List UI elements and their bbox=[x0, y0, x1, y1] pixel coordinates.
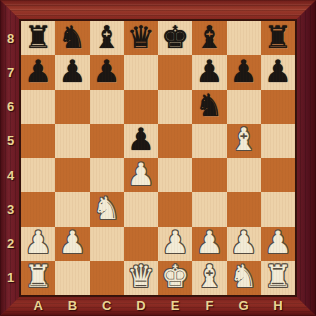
square-g3[interactable] bbox=[227, 192, 261, 226]
black-pawn-g7[interactable]: ♟ bbox=[230, 56, 258, 87]
square-e6[interactable] bbox=[158, 90, 192, 124]
white-pawn-d4[interactable]: ♟ bbox=[127, 159, 155, 190]
frame-right bbox=[295, 0, 316, 316]
square-e8[interactable]: ♚ bbox=[158, 21, 192, 55]
square-e2[interactable]: ♟ bbox=[158, 227, 192, 261]
white-rook-h1[interactable]: ♜ bbox=[264, 261, 292, 292]
white-pawn-a2[interactable]: ♟ bbox=[24, 227, 52, 258]
board: ♜♞♝♛♚♝♜♟♟♟♟♟♟♞♟♝♟♞♟♟♟♟♟♟♜♛♚♝♞♜ bbox=[21, 21, 295, 295]
file-label-g: G bbox=[227, 295, 261, 316]
square-h4[interactable] bbox=[261, 158, 295, 192]
white-pawn-b2[interactable]: ♟ bbox=[58, 227, 86, 258]
square-g5[interactable]: ♝ bbox=[227, 124, 261, 158]
square-a6[interactable] bbox=[21, 90, 55, 124]
square-f1[interactable]: ♝ bbox=[192, 261, 226, 295]
square-h8[interactable]: ♜ bbox=[261, 21, 295, 55]
rank-label-4: 4 bbox=[0, 158, 21, 192]
square-a3[interactable] bbox=[21, 192, 55, 226]
black-pawn-a7[interactable]: ♟ bbox=[24, 56, 52, 87]
white-pawn-g2[interactable]: ♟ bbox=[230, 227, 258, 258]
black-queen-d8[interactable]: ♛ bbox=[127, 22, 155, 53]
square-h6[interactable] bbox=[261, 90, 295, 124]
black-knight-f6[interactable]: ♞ bbox=[195, 90, 223, 121]
square-c4[interactable] bbox=[90, 158, 124, 192]
frame-bottom bbox=[0, 295, 316, 316]
square-d2[interactable] bbox=[124, 227, 158, 261]
square-e4[interactable] bbox=[158, 158, 192, 192]
square-c5[interactable] bbox=[90, 124, 124, 158]
square-a8[interactable]: ♜ bbox=[21, 21, 55, 55]
square-a2[interactable]: ♟ bbox=[21, 227, 55, 261]
square-h7[interactable]: ♟ bbox=[261, 55, 295, 89]
white-knight-c3[interactable]: ♞ bbox=[93, 193, 121, 224]
square-b2[interactable]: ♟ bbox=[55, 227, 89, 261]
square-g2[interactable]: ♟ bbox=[227, 227, 261, 261]
chessboard: ♜♞♝♛♚♝♜♟♟♟♟♟♟♞♟♝♟♞♟♟♟♟♟♟♜♛♚♝♞♜ 87654321 … bbox=[0, 0, 316, 316]
square-c3[interactable]: ♞ bbox=[90, 192, 124, 226]
square-h2[interactable]: ♟ bbox=[261, 227, 295, 261]
square-h3[interactable] bbox=[261, 192, 295, 226]
white-rook-a1[interactable]: ♜ bbox=[24, 261, 52, 292]
file-label-d: D bbox=[124, 295, 158, 316]
square-d3[interactable] bbox=[124, 192, 158, 226]
square-a4[interactable] bbox=[21, 158, 55, 192]
white-pawn-e2[interactable]: ♟ bbox=[161, 227, 189, 258]
black-bishop-c8[interactable]: ♝ bbox=[93, 22, 121, 53]
file-label-b: B bbox=[55, 295, 89, 316]
square-d8[interactable]: ♛ bbox=[124, 21, 158, 55]
rank-label-7: 7 bbox=[0, 55, 21, 89]
square-d6[interactable] bbox=[124, 90, 158, 124]
file-label-f: F bbox=[192, 295, 226, 316]
square-f2[interactable]: ♟ bbox=[192, 227, 226, 261]
black-knight-b8[interactable]: ♞ bbox=[58, 22, 86, 53]
square-b8[interactable]: ♞ bbox=[55, 21, 89, 55]
square-f5[interactable] bbox=[192, 124, 226, 158]
white-pawn-f2[interactable]: ♟ bbox=[195, 227, 223, 258]
white-knight-g1[interactable]: ♞ bbox=[230, 261, 258, 292]
square-h5[interactable] bbox=[261, 124, 295, 158]
white-bishop-f1[interactable]: ♝ bbox=[195, 261, 223, 292]
square-c6[interactable] bbox=[90, 90, 124, 124]
rank-label-3: 3 bbox=[0, 192, 21, 226]
square-b3[interactable] bbox=[55, 192, 89, 226]
square-c7[interactable]: ♟ bbox=[90, 55, 124, 89]
square-b7[interactable]: ♟ bbox=[55, 55, 89, 89]
black-bishop-f8[interactable]: ♝ bbox=[195, 22, 223, 53]
rank-label-5: 5 bbox=[0, 124, 21, 158]
square-g8[interactable] bbox=[227, 21, 261, 55]
file-label-e: E bbox=[158, 295, 192, 316]
square-g4[interactable] bbox=[227, 158, 261, 192]
square-h1[interactable]: ♜ bbox=[261, 261, 295, 295]
white-king-e1[interactable]: ♚ bbox=[161, 261, 189, 292]
white-pawn-h2[interactable]: ♟ bbox=[264, 227, 292, 258]
square-f6[interactable]: ♞ bbox=[192, 90, 226, 124]
white-bishop-g5[interactable]: ♝ bbox=[230, 124, 258, 155]
black-pawn-d5[interactable]: ♟ bbox=[127, 124, 155, 155]
square-d4[interactable]: ♟ bbox=[124, 158, 158, 192]
white-queen-d1[interactable]: ♛ bbox=[127, 261, 155, 292]
square-c1[interactable] bbox=[90, 261, 124, 295]
black-rook-a8[interactable]: ♜ bbox=[24, 22, 52, 53]
square-c2[interactable] bbox=[90, 227, 124, 261]
square-b5[interactable] bbox=[55, 124, 89, 158]
black-pawn-f7[interactable]: ♟ bbox=[195, 56, 223, 87]
file-label-c: C bbox=[90, 295, 124, 316]
black-pawn-c7[interactable]: ♟ bbox=[93, 56, 121, 87]
file-label-h: H bbox=[261, 295, 295, 316]
black-pawn-h7[interactable]: ♟ bbox=[264, 56, 292, 87]
file-labels: ABCDEFGH bbox=[21, 295, 295, 316]
square-b1[interactable] bbox=[55, 261, 89, 295]
square-g1[interactable]: ♞ bbox=[227, 261, 261, 295]
black-king-e8[interactable]: ♚ bbox=[161, 22, 189, 53]
rank-labels: 87654321 bbox=[0, 21, 21, 295]
square-e7[interactable] bbox=[158, 55, 192, 89]
black-rook-h8[interactable]: ♜ bbox=[264, 22, 292, 53]
square-g7[interactable]: ♟ bbox=[227, 55, 261, 89]
square-f3[interactable] bbox=[192, 192, 226, 226]
file-label-a: A bbox=[21, 295, 55, 316]
square-e3[interactable] bbox=[158, 192, 192, 226]
rank-label-8: 8 bbox=[0, 21, 21, 55]
square-a7[interactable]: ♟ bbox=[21, 55, 55, 89]
square-b6[interactable] bbox=[55, 90, 89, 124]
square-e5[interactable] bbox=[158, 124, 192, 158]
rank-label-2: 2 bbox=[0, 227, 21, 261]
square-c8[interactable]: ♝ bbox=[90, 21, 124, 55]
square-f8[interactable]: ♝ bbox=[192, 21, 226, 55]
square-g6[interactable] bbox=[227, 90, 261, 124]
square-d5[interactable]: ♟ bbox=[124, 124, 158, 158]
square-f4[interactable] bbox=[192, 158, 226, 192]
rank-label-1: 1 bbox=[0, 261, 21, 295]
square-e1[interactable]: ♚ bbox=[158, 261, 192, 295]
frame-left bbox=[0, 0, 21, 316]
square-f7[interactable]: ♟ bbox=[192, 55, 226, 89]
square-d1[interactable]: ♛ bbox=[124, 261, 158, 295]
black-pawn-b7[interactable]: ♟ bbox=[58, 56, 86, 87]
square-a5[interactable] bbox=[21, 124, 55, 158]
rank-label-6: 6 bbox=[0, 90, 21, 124]
square-a1[interactable]: ♜ bbox=[21, 261, 55, 295]
square-d7[interactable] bbox=[124, 55, 158, 89]
square-b4[interactable] bbox=[55, 158, 89, 192]
